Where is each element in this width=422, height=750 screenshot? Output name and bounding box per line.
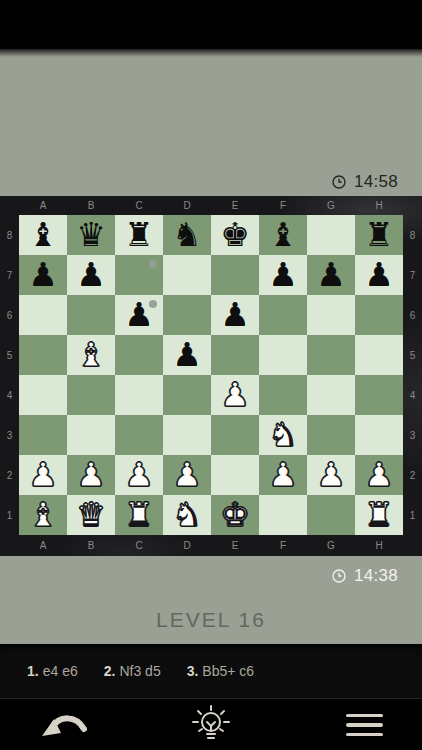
file-label-b: B	[67, 535, 115, 556]
piece-bP-g7[interactable]: ♟	[316, 255, 346, 295]
square-f1[interactable]	[259, 495, 307, 535]
square-e6[interactable]: ♟	[211, 295, 259, 335]
file-label-d: D	[163, 535, 211, 556]
square-h8[interactable]: ♜	[355, 215, 403, 255]
move-number: 1.	[27, 663, 39, 679]
hint-button[interactable]	[183, 699, 239, 750]
square-c2[interactable]: ♟	[115, 455, 163, 495]
menu-button[interactable]	[334, 699, 394, 750]
undo-arrow-icon	[40, 708, 92, 742]
move-number: 3.	[187, 663, 199, 679]
piece-bB-a8[interactable]: ♝	[28, 215, 58, 255]
piece-wR-c1[interactable]: ♜	[124, 495, 154, 535]
square-a6[interactable]	[19, 295, 67, 335]
square-b4[interactable]	[67, 375, 115, 415]
rank-label-3: 3	[403, 415, 422, 455]
piece-bB-f8[interactable]: ♝	[268, 215, 298, 255]
piece-wB-b5[interactable]: ♝	[76, 335, 106, 375]
square-h3[interactable]	[355, 415, 403, 455]
last-move-dot-c7	[149, 260, 157, 268]
file-label-c: C	[115, 196, 163, 215]
piece-wP-d2[interactable]: ♟	[172, 455, 202, 495]
rank-label-7: 7	[403, 255, 422, 295]
rank-label-5: 5	[0, 335, 19, 375]
square-c4[interactable]	[115, 375, 163, 415]
piece-wP-f2[interactable]: ♟	[268, 455, 298, 495]
square-d6[interactable]	[163, 295, 211, 335]
piece-bP-b7[interactable]: ♟	[76, 255, 106, 295]
square-f6[interactable]	[259, 295, 307, 335]
square-f8[interactable]: ♝	[259, 215, 307, 255]
square-d2[interactable]: ♟	[163, 455, 211, 495]
square-f3[interactable]: ♞	[259, 415, 307, 455]
file-label-h: H	[355, 535, 403, 556]
square-a2[interactable]: ♟	[19, 455, 67, 495]
rank-label-6: 6	[0, 295, 19, 335]
square-b5[interactable]: ♝	[67, 335, 115, 375]
square-d3[interactable]	[163, 415, 211, 455]
rank-label-6: 6	[403, 295, 422, 335]
square-d5[interactable]: ♟	[163, 335, 211, 375]
square-b1[interactable]: ♛	[67, 495, 115, 535]
file-label-g: G	[307, 196, 355, 215]
square-h5[interactable]	[355, 335, 403, 375]
square-g3[interactable]	[307, 415, 355, 455]
rank-label-3: 3	[0, 415, 19, 455]
move-item-2: 2.Nf3 d5	[104, 663, 161, 679]
square-g8[interactable]	[307, 215, 355, 255]
square-e8[interactable]: ♚	[211, 215, 259, 255]
piece-wN-d1[interactable]: ♞	[172, 495, 202, 535]
square-b6[interactable]	[67, 295, 115, 335]
square-e1[interactable]: ♚	[211, 495, 259, 535]
move-item-3: 3.Bb5+ c6	[187, 663, 254, 679]
move-text: Nf3 d5	[119, 663, 160, 679]
square-d4[interactable]	[163, 375, 211, 415]
square-c8[interactable]: ♜	[115, 215, 163, 255]
status-bar-shadow	[0, 49, 422, 57]
square-a7[interactable]: ♟	[19, 255, 67, 295]
square-g5[interactable]	[307, 335, 355, 375]
rank-label-1: 1	[403, 495, 422, 535]
move-text: Bb5+ c6	[202, 663, 254, 679]
piece-wK-e1[interactable]: ♚	[220, 495, 250, 535]
hamburger-menu-icon	[346, 714, 383, 737]
move-list: 1.e4 e62.Nf3 d53.Bb5+ c6	[0, 644, 422, 698]
square-f4[interactable]	[259, 375, 307, 415]
rank-label-8: 8	[403, 215, 422, 255]
square-e4[interactable]: ♟	[211, 375, 259, 415]
square-d8[interactable]: ♞	[163, 215, 211, 255]
square-e7[interactable]	[211, 255, 259, 295]
move-text: e4 e6	[43, 663, 78, 679]
square-c1[interactable]: ♜	[115, 495, 163, 535]
file-label-a: A	[19, 196, 67, 215]
white-timer-value: 14:38	[354, 566, 398, 586]
square-g7[interactable]: ♟	[307, 255, 355, 295]
undo-button[interactable]	[36, 699, 96, 750]
rank-label-2: 2	[403, 455, 422, 495]
square-g4[interactable]	[307, 375, 355, 415]
square-b3[interactable]	[67, 415, 115, 455]
square-h1[interactable]: ♜	[355, 495, 403, 535]
file-label-e: E	[211, 196, 259, 215]
piece-wB-a1[interactable]: ♝	[28, 495, 58, 535]
level-label: LEVEL 16	[0, 608, 422, 632]
square-g2[interactable]: ♟	[307, 455, 355, 495]
square-c3[interactable]	[115, 415, 163, 455]
square-g1[interactable]	[307, 495, 355, 535]
piece-bK-e8[interactable]: ♚	[220, 215, 250, 255]
file-label-h: H	[355, 196, 403, 215]
square-a5[interactable]	[19, 335, 67, 375]
square-h6[interactable]	[355, 295, 403, 335]
black-timer: 14:58	[331, 172, 398, 192]
file-labels-bottom: ABCDEFGH	[19, 535, 403, 556]
piece-bP-e6[interactable]: ♟	[220, 295, 250, 335]
piece-wP-b2[interactable]: ♟	[76, 455, 106, 495]
rank-labels-left: 87654321	[0, 215, 19, 535]
file-labels-top: ABCDEFGH	[19, 196, 403, 215]
piece-bP-h7[interactable]: ♟	[364, 255, 394, 295]
board-squares: ♝♛♜♞♚♝♜♟♟♟♟♟♟♟♝♟♟♞♟♟♟♟♟♟♟♝♛♜♞♚♜	[19, 215, 403, 535]
light-bulb-icon	[189, 703, 233, 747]
square-e5[interactable]	[211, 335, 259, 375]
clock-icon	[331, 568, 347, 584]
square-g6[interactable]	[307, 295, 355, 335]
square-a8[interactable]: ♝	[19, 215, 67, 255]
clock-icon	[331, 174, 347, 190]
toolbar	[0, 698, 422, 750]
square-f5[interactable]	[259, 335, 307, 375]
piece-wP-h2[interactable]: ♟	[364, 455, 394, 495]
piece-bP-a7[interactable]: ♟	[28, 255, 58, 295]
file-label-f: F	[259, 535, 307, 556]
move-number: 2.	[104, 663, 116, 679]
status-bar	[0, 0, 422, 49]
last-move-dot-c6	[149, 300, 157, 308]
square-h4[interactable]	[355, 375, 403, 415]
piece-bR-h8[interactable]: ♜	[364, 215, 394, 255]
file-label-e: E	[211, 535, 259, 556]
file-label-d: D	[163, 196, 211, 215]
piece-wP-e4[interactable]: ♟	[220, 375, 250, 415]
square-b8[interactable]: ♛	[67, 215, 115, 255]
file-label-c: C	[115, 535, 163, 556]
file-label-a: A	[19, 535, 67, 556]
piece-bP-f7[interactable]: ♟	[268, 255, 298, 295]
square-a1[interactable]: ♝	[19, 495, 67, 535]
square-a4[interactable]	[19, 375, 67, 415]
square-f7[interactable]: ♟	[259, 255, 307, 295]
piece-wP-g2[interactable]: ♟	[316, 455, 346, 495]
square-f2[interactable]: ♟	[259, 455, 307, 495]
square-b2[interactable]: ♟	[67, 455, 115, 495]
file-label-g: G	[307, 535, 355, 556]
file-label-f: F	[259, 196, 307, 215]
square-d7[interactable]	[163, 255, 211, 295]
square-c5[interactable]	[115, 335, 163, 375]
rank-label-7: 7	[0, 255, 19, 295]
square-e2[interactable]	[211, 455, 259, 495]
piece-wQ-b1[interactable]: ♛	[76, 495, 106, 535]
app-screen: 14:58 ABCDEFGH 87654321 ♝♛♜♞♚♝♜♟♟♟♟♟♟♟♝♟…	[0, 0, 422, 750]
chess-board: ABCDEFGH 87654321 ♝♛♜♞♚♝♜♟♟♟♟♟♟♟♝♟♟♞♟♟♟♟…	[0, 196, 422, 556]
piece-bQ-b8[interactable]: ♛	[76, 215, 106, 255]
bottom-panel: 1.e4 e62.Nf3 d53.Bb5+ c6	[0, 644, 422, 750]
piece-bR-c8[interactable]: ♜	[124, 215, 154, 255]
square-h2[interactable]: ♟	[355, 455, 403, 495]
piece-wR-h1[interactable]: ♜	[364, 495, 394, 535]
rank-labels-right: 87654321	[403, 215, 422, 535]
rank-label-5: 5	[403, 335, 422, 375]
rank-label-4: 4	[403, 375, 422, 415]
square-h7[interactable]: ♟	[355, 255, 403, 295]
black-timer-value: 14:58	[354, 172, 398, 192]
piece-bN-d8[interactable]: ♞	[172, 215, 202, 255]
piece-bP-d5[interactable]: ♟	[172, 335, 202, 375]
piece-wP-c2[interactable]: ♟	[124, 455, 154, 495]
white-timer: 14:38	[331, 566, 398, 586]
square-d1[interactable]: ♞	[163, 495, 211, 535]
rank-label-1: 1	[0, 495, 19, 535]
file-label-b: B	[67, 196, 115, 215]
square-a3[interactable]	[19, 415, 67, 455]
square-e3[interactable]	[211, 415, 259, 455]
move-item-1: 1.e4 e6	[27, 663, 78, 679]
rank-label-2: 2	[0, 455, 19, 495]
rank-label-4: 4	[0, 375, 19, 415]
piece-wN-f3[interactable]: ♞	[268, 415, 298, 455]
piece-wP-a2[interactable]: ♟	[28, 455, 58, 495]
square-b7[interactable]: ♟	[67, 255, 115, 295]
rank-label-8: 8	[0, 215, 19, 255]
